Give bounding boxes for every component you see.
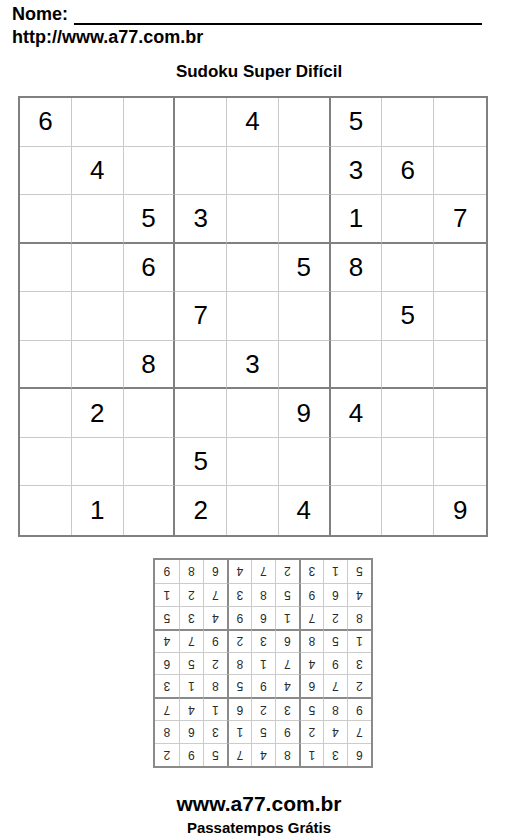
cell-r4c3: 6 <box>124 244 176 293</box>
cell-r5c2[interactable] <box>72 292 124 341</box>
cell-r6c2[interactable] <box>72 341 124 390</box>
cell-r6c9[interactable] <box>434 341 486 390</box>
solution-cell-r1c5: 4 <box>251 743 275 766</box>
cell-r3c6[interactable] <box>279 195 331 244</box>
cell-r5c9[interactable] <box>434 292 486 341</box>
solution-cell-r3c4: 3 <box>275 697 299 720</box>
solution-cell-r3c6: 6 <box>227 697 251 720</box>
solution-cell-r5c8: 5 <box>179 652 203 675</box>
cell-r3c5[interactable] <box>227 195 279 244</box>
cell-r9c4: 2 <box>175 486 227 535</box>
cell-r2c6[interactable] <box>279 147 331 196</box>
cell-r2c7: 3 <box>331 147 383 196</box>
solution-cell-r4c9: 3 <box>155 674 179 697</box>
cell-r7c4[interactable] <box>175 389 227 438</box>
cell-r2c9[interactable] <box>434 147 486 196</box>
solution-cell-r7c4: 1 <box>275 606 299 629</box>
cell-r7c3[interactable] <box>124 389 176 438</box>
solution-cell-r3c1: 9 <box>347 697 371 720</box>
cell-r2c4[interactable] <box>175 147 227 196</box>
cell-r7c1[interactable] <box>20 389 72 438</box>
solution-cell-r4c4: 4 <box>275 674 299 697</box>
solution-cell-r3c8: 4 <box>179 697 203 720</box>
solution-cell-r9c2: 1 <box>323 560 347 583</box>
cell-r3c8[interactable] <box>382 195 434 244</box>
cell-r6c8[interactable] <box>382 341 434 390</box>
cell-r6c4[interactable] <box>175 341 227 390</box>
solution-cell-r3c7: 1 <box>203 697 227 720</box>
cell-r1c7: 5 <box>331 98 383 147</box>
cell-r3c3: 5 <box>124 195 176 244</box>
solution-cell-r7c8: 3 <box>179 606 203 629</box>
cell-r9c6: 4 <box>279 486 331 535</box>
cell-r9c3[interactable] <box>124 486 176 535</box>
cell-r4c7: 8 <box>331 244 383 293</box>
cell-r7c8[interactable] <box>382 389 434 438</box>
solution-cell-r6c8: 7 <box>179 629 203 652</box>
solution-cell-r1c8: 9 <box>179 743 203 766</box>
cell-r6c1[interactable] <box>20 341 72 390</box>
name-row: Nome: <box>12 3 506 25</box>
cell-r5c4: 7 <box>175 292 227 341</box>
solution-cell-r2c7: 3 <box>203 720 227 743</box>
cell-r1c9[interactable] <box>434 98 486 147</box>
solution-cell-r5c3: 4 <box>299 652 323 675</box>
solution-cell-r4c3: 6 <box>299 674 323 697</box>
solution-cell-r8c3: 9 <box>299 583 323 606</box>
cell-r4c2[interactable] <box>72 244 124 293</box>
site-url: http://www.a77.com.br <box>12 27 203 48</box>
cell-r2c1[interactable] <box>20 147 72 196</box>
solution-cell-r7c3: 7 <box>299 606 323 629</box>
solution-cell-r1c4: 8 <box>275 743 299 766</box>
cell-r8c4: 5 <box>175 438 227 487</box>
cell-r3c7: 1 <box>331 195 383 244</box>
solution-cell-r9c5: 7 <box>251 560 275 583</box>
solution-cell-r4c5: 9 <box>251 674 275 697</box>
solution-cell-r6c6: 2 <box>227 629 251 652</box>
solution-cell-r9c7: 6 <box>203 560 227 583</box>
cell-r7c9[interactable] <box>434 389 486 438</box>
solution-cell-r9c9: 9 <box>155 560 179 583</box>
cell-r7c6: 9 <box>279 389 331 438</box>
solution-cell-r8c5: 8 <box>251 583 275 606</box>
cell-r4c5[interactable] <box>227 244 279 293</box>
solution-cell-r8c1: 4 <box>347 583 371 606</box>
cell-r3c1[interactable] <box>20 195 72 244</box>
solution-cell-r7c7: 4 <box>203 606 227 629</box>
cell-r1c8[interactable] <box>382 98 434 147</box>
solution-cell-r9c3: 3 <box>299 560 323 583</box>
solution-cell-r7c1: 8 <box>347 606 371 629</box>
solution-cell-r1c7: 5 <box>203 743 227 766</box>
cell-r1c1: 6 <box>20 98 72 147</box>
solution-cell-r8c2: 6 <box>323 583 347 606</box>
solution-cell-r5c4: 7 <box>275 652 299 675</box>
cell-r1c5: 4 <box>227 98 279 147</box>
cell-r9c9: 9 <box>434 486 486 535</box>
solution-cell-r2c2: 4 <box>323 720 347 743</box>
cell-r1c6[interactable] <box>279 98 331 147</box>
name-label: Nome: <box>12 4 68 24</box>
cell-r2c5[interactable] <box>227 147 279 196</box>
solution-cell-r6c9: 4 <box>155 629 179 652</box>
solution-cell-r6c2: 5 <box>323 629 347 652</box>
solution-cell-r8c9: 1 <box>155 583 179 606</box>
cell-r3c2[interactable] <box>72 195 124 244</box>
cell-r6c5: 3 <box>227 341 279 390</box>
solution-cell-r7c2: 2 <box>323 606 347 629</box>
solution-cell-r9c4: 2 <box>275 560 299 583</box>
cell-r1c4[interactable] <box>175 98 227 147</box>
cell-r6c7[interactable] <box>331 341 383 390</box>
cell-r4c1[interactable] <box>20 244 72 293</box>
cell-r9c1[interactable] <box>20 486 72 535</box>
cell-r8c6[interactable] <box>279 438 331 487</box>
cell-r9c5[interactable] <box>227 486 279 535</box>
solution-cell-r7c5: 6 <box>251 606 275 629</box>
solution-cell-r1c1: 6 <box>347 743 371 766</box>
cell-r1c2[interactable] <box>72 98 124 147</box>
cell-r4c4[interactable] <box>175 244 227 293</box>
solution-cell-r2c9: 8 <box>155 720 179 743</box>
cell-r5c8: 5 <box>382 292 434 341</box>
cell-r8c8[interactable] <box>382 438 434 487</box>
solution-cell-r7c9: 5 <box>155 606 179 629</box>
cell-r7c5[interactable] <box>227 389 279 438</box>
solution-cell-r6c1: 1 <box>347 629 371 652</box>
solution-cell-r1c2: 3 <box>323 743 347 766</box>
cell-r4c9[interactable] <box>434 244 486 293</box>
solution-cell-r3c3: 5 <box>299 697 323 720</box>
cell-r2c2: 4 <box>72 147 124 196</box>
solution-cell-r5c7: 2 <box>203 652 227 675</box>
cell-r7c7: 4 <box>331 389 383 438</box>
solution-cell-r4c7: 8 <box>203 674 227 697</box>
footer-tagline: Passatempos Grátis <box>0 819 518 836</box>
cell-r5c3[interactable] <box>124 292 176 341</box>
solution-cell-r6c3: 8 <box>299 629 323 652</box>
cell-r8c5[interactable] <box>227 438 279 487</box>
cell-r5c7[interactable] <box>331 292 383 341</box>
sudoku-print-page: Nome: http://www.a77.com.br Sudoku Super… <box>0 0 518 840</box>
solution-cell-r1c9: 2 <box>155 743 179 766</box>
cell-r2c8: 6 <box>382 147 434 196</box>
solution-cell-r5c6: 8 <box>227 652 251 675</box>
solution-cell-r4c1: 2 <box>347 674 371 697</box>
solution-cell-r8c4: 5 <box>275 583 299 606</box>
solution-cell-r6c7: 9 <box>203 629 227 652</box>
solution-cell-r4c6: 5 <box>227 674 251 697</box>
solution-cell-r5c2: 9 <box>323 652 347 675</box>
cell-r5c1[interactable] <box>20 292 72 341</box>
page-title: Sudoku Super Difícil <box>0 62 518 82</box>
footer-site: www.a77.com.br <box>0 792 518 816</box>
cell-r8c7[interactable] <box>331 438 383 487</box>
cell-r4c6: 5 <box>279 244 331 293</box>
solution-cell-r1c3: 1 <box>299 743 323 766</box>
cell-r5c5[interactable] <box>227 292 279 341</box>
solution-cell-r2c4: 9 <box>275 720 299 743</box>
cell-r6c3: 8 <box>124 341 176 390</box>
solution-cell-r7c6: 9 <box>227 606 251 629</box>
name-blank-line <box>74 3 482 25</box>
cell-r3c9: 7 <box>434 195 486 244</box>
sudoku-board: 6454365317658758329451249 <box>18 96 488 537</box>
solution-cell-r9c1: 5 <box>347 560 371 583</box>
solution-cell-r6c5: 3 <box>251 629 275 652</box>
cell-r4c8[interactable] <box>382 244 434 293</box>
solution-cell-r2c6: 1 <box>227 720 251 743</box>
solution-cell-r2c1: 7 <box>347 720 371 743</box>
solution-cell-r3c9: 7 <box>155 697 179 720</box>
solution-cell-r6c4: 6 <box>275 629 299 652</box>
solution-cell-r3c5: 2 <box>251 697 275 720</box>
solution-cell-r5c9: 6 <box>155 652 179 675</box>
solution-cell-r4c8: 1 <box>179 674 203 697</box>
solution-cell-r9c8: 8 <box>179 560 203 583</box>
cell-r8c3[interactable] <box>124 438 176 487</box>
solution-cell-r5c1: 3 <box>347 652 371 675</box>
solution-cell-r9c6: 4 <box>227 560 251 583</box>
solution-board-upside-down: 6318475927429513689853261472764958133947… <box>153 558 373 768</box>
solution-cell-r8c7: 7 <box>203 583 227 606</box>
cell-r9c2: 1 <box>72 486 124 535</box>
solution-cell-r4c2: 7 <box>323 674 347 697</box>
cell-r9c7[interactable] <box>331 486 383 535</box>
cell-r8c2[interactable] <box>72 438 124 487</box>
solution-cell-r2c8: 6 <box>179 720 203 743</box>
solution-cell-r8c8: 2 <box>179 583 203 606</box>
solution-cell-r3c2: 8 <box>323 697 347 720</box>
cell-r5c6[interactable] <box>279 292 331 341</box>
cell-r3c4: 3 <box>175 195 227 244</box>
cell-r2c3[interactable] <box>124 147 176 196</box>
cell-r6c6[interactable] <box>279 341 331 390</box>
solution-cell-r8c6: 3 <box>227 583 251 606</box>
cell-r8c9[interactable] <box>434 438 486 487</box>
solution-cell-r5c5: 1 <box>251 652 275 675</box>
solution-cell-r2c3: 2 <box>299 720 323 743</box>
solution-cell-r2c5: 5 <box>251 720 275 743</box>
cell-r1c3[interactable] <box>124 98 176 147</box>
cell-r8c1[interactable] <box>20 438 72 487</box>
solution-cell-r1c6: 7 <box>227 743 251 766</box>
cell-r7c2: 2 <box>72 389 124 438</box>
cell-r9c8[interactable] <box>382 486 434 535</box>
